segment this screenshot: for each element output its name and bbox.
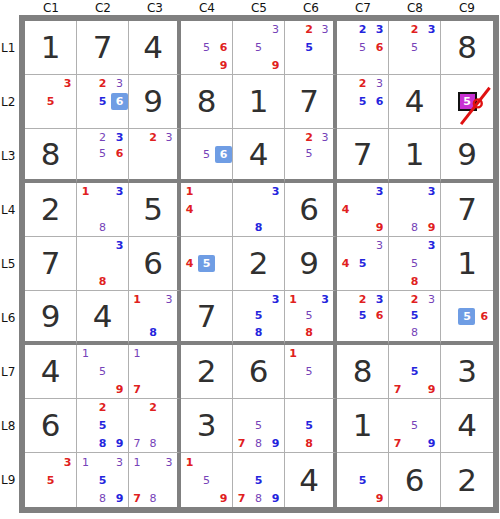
candidate-3[interactable]: 3 (317, 129, 333, 146)
candidate-5[interactable]: 5 (94, 417, 111, 435)
candidate-empty (181, 146, 198, 163)
candidate-3[interactable]: 3 (111, 183, 128, 201)
candidate-2[interactable]: 2 (301, 21, 317, 39)
candidate-9[interactable]: 9 (267, 56, 284, 74)
big-digit: 4 (93, 301, 113, 332)
candidate-empty (337, 218, 354, 236)
candidate-empty (94, 237, 111, 255)
corner-spacer (0, 0, 19, 15)
candidate-7[interactable]: 7 (233, 434, 250, 452)
candidate-empty (285, 21, 301, 39)
candidate-3[interactable]: 3 (423, 183, 440, 201)
candidate-3[interactable]: 3 (371, 75, 388, 93)
cell-L7C1[interactable]: 4 (25, 345, 77, 399)
candidate-9[interactable]: 9 (371, 218, 388, 236)
cell-L5C3[interactable]: 6 (129, 237, 181, 291)
candidate-1[interactable]: 1 (129, 453, 145, 471)
candidate-empty (389, 272, 406, 290)
candidate-empty (77, 146, 94, 163)
cell-L2C1[interactable]: 35 (25, 75, 77, 129)
cell-L4C3[interactable]: 5 (129, 183, 181, 237)
candidate-3[interactable]: 3 (423, 291, 440, 308)
cell-L4C2[interactable]: 138 (77, 183, 129, 237)
cell-L1C6[interactable]: 235 (285, 21, 337, 75)
candidate-3[interactable]: 3 (267, 183, 284, 201)
candidate-8[interactable]: 8 (145, 489, 161, 507)
cell-L2C8[interactable]: 4 (389, 75, 441, 129)
candidate-3[interactable]: 3 (59, 453, 76, 471)
candidate-empty (250, 453, 267, 471)
cell-L8C9[interactable]: 4 (441, 399, 493, 453)
candidate-7[interactable]: 7 (233, 489, 250, 507)
big-digit: 9 (143, 86, 163, 117)
candidate-empty (285, 324, 301, 341)
candidate-5[interactable]: 5 (301, 39, 317, 57)
candidate-6[interactable]: 6 (371, 308, 388, 325)
candidate-5[interactable]: 5 (250, 39, 267, 57)
candidate-9[interactable]: 9 (215, 56, 232, 74)
candidate-empty (198, 489, 215, 507)
candidate-empty (423, 255, 440, 273)
candidate-2[interactable]: 2 (94, 75, 111, 93)
candidate-2[interactable]: 2 (406, 21, 423, 39)
cell-L2C6[interactable]: 7 (285, 75, 337, 129)
candidate-3[interactable]: 3 (371, 291, 388, 308)
candidate-3[interactable]: 3 (111, 453, 128, 471)
cell-L6C5[interactable]: 358 (233, 291, 285, 345)
candidate-2[interactable]: 2 (94, 129, 111, 146)
candidate-8[interactable]: 8 (406, 324, 423, 341)
cell-L7C4[interactable]: 2 (181, 345, 233, 399)
candidate-6[interactable]: 6 (215, 146, 232, 163)
candidate-5[interactable]: 5 (94, 471, 111, 489)
cell-L4C7[interactable]: 349 (337, 183, 389, 237)
candidate-9[interactable]: 9 (267, 434, 284, 452)
candidate-1[interactable]: 1 (77, 183, 94, 201)
candidate-empty (145, 363, 161, 381)
candidate-1[interactable]: 1 (181, 183, 198, 201)
candidate-5[interactable]: 5 (354, 93, 371, 111)
cell-L2C9[interactable]: 5 (441, 75, 493, 129)
candidate-5[interactable]: 5 (301, 417, 317, 435)
candidate-3[interactable]: 3 (423, 237, 440, 255)
candidate-empty (233, 39, 250, 57)
candidate-empty (198, 183, 215, 201)
candidate-empty (371, 471, 388, 489)
candidate-8[interactable]: 8 (301, 434, 317, 452)
candidate-6[interactable]: 6 (215, 39, 232, 57)
candidate-2[interactable]: 2 (406, 291, 423, 308)
cell-L6C7[interactable]: 2356 (337, 291, 389, 345)
candidate-5[interactable]: 5 (301, 363, 317, 381)
candidate-empty (371, 272, 388, 290)
cell-L1C1[interactable]: 1 (25, 21, 77, 75)
big-digit: 4 (299, 465, 319, 496)
candidate-4[interactable]: 4 (181, 255, 198, 273)
cell-L2C3[interactable]: 9 (129, 75, 181, 129)
candidate-7[interactable]: 7 (129, 489, 145, 507)
cell-L8C7[interactable]: 1 (337, 399, 389, 453)
candidate-9[interactable]: 9 (215, 489, 232, 507)
candidate-3[interactable]: 3 (161, 129, 177, 146)
candidate-5[interactable]: 5 (250, 471, 267, 489)
candidate-empty (94, 255, 111, 273)
candidate-empty (458, 291, 475, 308)
candidate-3[interactable]: 3 (267, 291, 284, 308)
cell-L8C6[interactable]: 58 (285, 399, 337, 453)
cell-L9C9[interactable]: 2 (441, 453, 493, 507)
candidate-6[interactable]: 6 (111, 146, 128, 163)
candidate-empty (77, 255, 94, 273)
cell-L6C3[interactable]: 138 (129, 291, 181, 345)
cell-L8C8[interactable]: 579 (389, 399, 441, 453)
candidate-8[interactable]: 8 (301, 324, 317, 341)
candidate-2[interactable]: 2 (145, 399, 161, 417)
candidate-3[interactable]: 3 (423, 21, 440, 39)
sudoku-board[interactable]: 1745693592352356235835235698172356458235… (19, 15, 499, 513)
cell-L5C9[interactable]: 1 (441, 237, 493, 291)
candidate-5[interactable]: 5 (354, 308, 371, 325)
candidate-8[interactable]: 8 (94, 434, 111, 452)
candidate-9[interactable]: 9 (111, 434, 128, 452)
cell-L1C4[interactable]: 569 (181, 21, 233, 75)
candidate-5[interactable]: 5 (354, 471, 371, 489)
candidate-9[interactable]: 9 (423, 218, 440, 236)
candidate-empty (371, 110, 388, 128)
cell-L6C8[interactable]: 2358 (389, 291, 441, 345)
cell-L5C7[interactable]: 345 (337, 237, 389, 291)
candidate-9[interactable]: 9 (111, 489, 128, 507)
candidate-3[interactable]: 3 (111, 237, 128, 255)
candidate-5[interactable]: 5 (354, 255, 371, 273)
candidate-1[interactable]: 1 (77, 453, 94, 471)
cell-L8C3[interactable]: 278 (129, 399, 181, 453)
cell-L2C2[interactable]: 2356 (77, 75, 129, 129)
cell-L7C9[interactable]: 3 (441, 345, 493, 399)
candidate-empty (406, 434, 423, 452)
candidate-8[interactable]: 8 (145, 434, 161, 452)
candidate-8[interactable]: 8 (406, 272, 423, 290)
candidate-5[interactable]: 5 (42, 93, 59, 111)
candidate-grid: 2356 (337, 21, 388, 74)
candidate-5[interactable]: 5 (301, 308, 317, 325)
candidate-5[interactable]: 5 (406, 363, 423, 381)
candidate-8[interactable]: 8 (250, 324, 267, 341)
candidate-grid: 349 (337, 183, 388, 236)
candidate-empty (389, 345, 406, 363)
cell-L1C3[interactable]: 4 (129, 21, 181, 75)
candidate-5[interactable]: 5 (250, 308, 267, 325)
candidate-empty (233, 218, 250, 236)
candidate-9[interactable]: 9 (423, 380, 440, 398)
candidate-empty (458, 75, 477, 92)
candidate-3[interactable]: 3 (161, 453, 177, 471)
candidate-empty (161, 434, 177, 452)
big-digit: 2 (457, 465, 477, 496)
candidate-empty (42, 453, 59, 471)
candidate-1[interactable]: 1 (181, 453, 198, 471)
candidate-grid: 2356 (77, 129, 128, 179)
candidate-5[interactable]: 5 (406, 417, 423, 435)
candidate-empty (317, 380, 333, 398)
candidate-empty (145, 471, 161, 489)
candidate-empty (317, 324, 333, 341)
cell-L3C6[interactable]: 235 (285, 129, 337, 183)
candidate-1[interactable]: 1 (285, 345, 301, 363)
candidate-8[interactable]: 8 (250, 434, 267, 452)
candidate-empty (477, 75, 494, 92)
candidate-empty (111, 345, 128, 363)
candidate-empty (389, 324, 406, 341)
cell-L6C4[interactable]: 7 (181, 291, 233, 345)
candidate-8[interactable]: 8 (94, 489, 111, 507)
cell-L3C5[interactable]: 4 (233, 129, 285, 183)
candidate-empty (267, 308, 284, 325)
candidate-empty (337, 291, 354, 308)
candidate-empty (181, 272, 198, 290)
candidate-empty (389, 363, 406, 381)
candidate-empty (233, 21, 250, 39)
candidate-3[interactable]: 3 (317, 291, 333, 308)
cell-L7C8[interactable]: 579 (389, 345, 441, 399)
candidate-empty (423, 417, 440, 435)
candidate-grid: 358 (389, 237, 440, 290)
candidate-4[interactable]: 4 (337, 201, 354, 219)
cell-L5C6[interactable]: 9 (285, 237, 337, 291)
candidate-9[interactable]: 9 (423, 434, 440, 452)
cell-L8C2[interactable]: 2589 (77, 399, 129, 453)
candidate-3[interactable]: 3 (317, 21, 333, 39)
candidate-5[interactable]: 5 (250, 417, 267, 435)
candidate-7[interactable]: 7 (389, 380, 406, 398)
candidate-7[interactable]: 7 (129, 434, 145, 452)
candidate-empty (77, 272, 94, 290)
candidate-grid: 358 (233, 291, 284, 341)
candidate-empty (337, 471, 354, 489)
cell-L7C5[interactable]: 6 (233, 345, 285, 399)
cell-L3C3[interactable]: 23 (129, 129, 181, 183)
cell-L4C9[interactable]: 7 (441, 183, 493, 237)
candidate-4[interactable]: 4 (337, 255, 354, 273)
candidate-9[interactable]: 9 (267, 489, 284, 507)
candidate-8[interactable]: 8 (250, 218, 267, 236)
cell-L3C8[interactable]: 1 (389, 129, 441, 183)
cell-L3C9[interactable]: 9 (441, 129, 493, 183)
candidate-empty (476, 325, 493, 342)
candidate-empty (77, 218, 94, 236)
candidate-empty (111, 110, 128, 128)
candidate-empty (161, 489, 177, 507)
cell-L2C5[interactable]: 1 (233, 75, 285, 129)
candidate-2[interactable]: 2 (145, 129, 161, 146)
candidate-grid: 38 (233, 183, 284, 236)
cell-L5C8[interactable]: 358 (389, 237, 441, 291)
cell-L8C4[interactable]: 3 (181, 399, 233, 453)
candidate-3[interactable]: 3 (111, 75, 128, 93)
candidate-empty (423, 56, 440, 74)
candidate-empty (317, 345, 333, 363)
candidate-6[interactable]: 6 (371, 93, 388, 111)
candidate-1[interactable]: 1 (285, 291, 301, 308)
candidate-empty (285, 434, 301, 452)
cell-L5C5[interactable]: 2 (233, 237, 285, 291)
candidate-empty (77, 162, 94, 179)
candidate-empty (42, 110, 59, 128)
cell-L8C5[interactable]: 5789 (233, 399, 285, 453)
candidate-empty (354, 110, 371, 128)
cell-L5C2[interactable]: 38 (77, 237, 129, 291)
row-label-L3: L3 (0, 129, 19, 183)
candidate-grid: 35 (25, 453, 76, 507)
cell-L3C7[interactable]: 7 (337, 129, 389, 183)
candidate-5[interactable]: 5 (198, 255, 215, 272)
candidate-5[interactable]: 5 (301, 146, 317, 163)
candidate-empty (354, 201, 371, 219)
candidate-2[interactable]: 2 (354, 21, 371, 39)
cell-L4C8[interactable]: 389 (389, 183, 441, 237)
candidate-empty (389, 291, 406, 308)
candidate-empty (129, 399, 145, 417)
cell-L3C2[interactable]: 2356 (77, 129, 129, 183)
candidate-empty (389, 255, 406, 273)
candidate-empty (145, 162, 161, 179)
cell-L1C8[interactable]: 235 (389, 21, 441, 75)
cell-L6C6[interactable]: 1358 (285, 291, 337, 345)
candidate-empty (477, 111, 494, 128)
candidate-5[interactable]: 5 (406, 39, 423, 57)
big-digit: 7 (457, 194, 477, 225)
candidate-grid: 345 (337, 237, 388, 290)
candidate-7[interactable]: 7 (129, 380, 145, 398)
cell-L7C2[interactable]: 159 (77, 345, 129, 399)
candidate-empty (441, 291, 458, 308)
candidate-2[interactable]: 2 (301, 129, 317, 146)
cell-L3C4[interactable]: 56 (181, 129, 233, 183)
candidate-8[interactable]: 8 (250, 489, 267, 507)
candidate-5[interactable]: 5 (94, 93, 111, 111)
candidate-6[interactable]: 6 (111, 93, 128, 110)
candidate-3[interactable]: 3 (267, 21, 284, 39)
candidate-5[interactable]: 5 (198, 146, 215, 163)
cell-L9C8[interactable]: 6 (389, 453, 441, 507)
candidate-5[interactable]: 5 (354, 39, 371, 57)
candidate-5[interactable]: 5 (42, 471, 59, 489)
cell-L9C3[interactable]: 1378 (129, 453, 181, 507)
candidate-empty (25, 453, 42, 471)
big-digit: 1 (353, 410, 373, 441)
candidate-3[interactable]: 3 (371, 237, 388, 255)
cell-L1C9[interactable]: 8 (441, 21, 493, 75)
cell-L6C9[interactable]: 56 (441, 291, 493, 345)
candidate-8[interactable]: 8 (94, 272, 111, 290)
candidate-5[interactable]: 5 (406, 255, 423, 273)
cell-L2C4[interactable]: 8 (181, 75, 233, 129)
candidate-8[interactable]: 8 (94, 218, 111, 236)
candidate-empty (301, 380, 317, 398)
candidate-empty (161, 146, 177, 163)
cell-L7C7[interactable]: 8 (337, 345, 389, 399)
candidate-empty (406, 237, 423, 255)
candidate-3[interactable]: 3 (161, 291, 177, 308)
candidate-6[interactable]: 6 (476, 308, 493, 325)
cell-L7C6[interactable]: 15 (285, 345, 337, 399)
cell-L8C1[interactable]: 6 (25, 399, 77, 453)
candidate-empty (423, 308, 440, 325)
candidate-8[interactable]: 8 (145, 324, 161, 341)
candidate-5[interactable]: 5 (198, 39, 215, 57)
candidate-empty (267, 453, 284, 471)
candidate-1[interactable]: 1 (77, 345, 94, 363)
candidate-empty (77, 417, 94, 435)
candidate-empty (389, 183, 406, 201)
cell-L9C2[interactable]: 13589 (77, 453, 129, 507)
big-digit: 4 (41, 356, 61, 387)
candidate-grid: 13589 (77, 453, 128, 507)
candidate-3[interactable]: 3 (59, 75, 76, 93)
candidate-9[interactable]: 9 (111, 380, 128, 398)
candidate-5[interactable]: 5 (458, 308, 475, 325)
candidate-5[interactable]: 5 (94, 363, 111, 381)
candidate-3[interactable]: 3 (371, 21, 388, 39)
candidate-1[interactable]: 1 (129, 291, 145, 308)
candidate-5[interactable]: 5 (458, 92, 477, 111)
cell-L7C3[interactable]: 17 (129, 345, 181, 399)
candidate-3[interactable]: 3 (371, 183, 388, 201)
candidate-3[interactable]: 3 (111, 129, 128, 146)
candidate-6[interactable]: 6 (371, 39, 388, 57)
cell-L9C1[interactable]: 35 (25, 453, 77, 507)
cell-L5C4[interactable]: 45 (181, 237, 233, 291)
cell-L4C5[interactable]: 38 (233, 183, 285, 237)
candidate-grid: 389 (389, 183, 440, 236)
candidate-1[interactable]: 1 (129, 345, 145, 363)
cell-L9C4[interactable]: 159 (181, 453, 233, 507)
cell-L1C2[interactable]: 7 (77, 21, 129, 75)
candidate-5[interactable]: 5 (198, 471, 215, 489)
cell-L9C5[interactable]: 5789 (233, 453, 285, 507)
candidate-9[interactable]: 9 (371, 489, 388, 507)
cell-L9C7[interactable]: 59 (337, 453, 389, 507)
candidate-2[interactable]: 2 (94, 399, 111, 417)
candidate-empty (354, 56, 371, 74)
candidate-7[interactable]: 7 (389, 434, 406, 452)
cell-L4C4[interactable]: 14 (181, 183, 233, 237)
cell-L1C7[interactable]: 2356 (337, 21, 389, 75)
candidate-empty (337, 93, 354, 111)
cell-L1C5[interactable]: 359 (233, 21, 285, 75)
candidate-empty (423, 399, 440, 417)
cell-L2C7[interactable]: 2356 (337, 75, 389, 129)
row-label-L6: L6 (0, 291, 19, 345)
candidate-2[interactable]: 2 (354, 75, 371, 93)
candidate-8[interactable]: 8 (406, 218, 423, 236)
candidate-empty (337, 308, 354, 325)
cell-L6C1[interactable]: 9 (25, 291, 77, 345)
cell-L4C1[interactable]: 2 (25, 183, 77, 237)
candidate-2[interactable]: 2 (354, 291, 371, 308)
candidate-4[interactable]: 4 (181, 201, 198, 219)
candidate-5[interactable]: 5 (94, 146, 111, 163)
cell-L3C1[interactable]: 8 (25, 129, 77, 183)
candidate-empty (285, 363, 301, 381)
cell-L4C6[interactable]: 6 (285, 183, 337, 237)
cell-L6C2[interactable]: 4 (77, 291, 129, 345)
cell-L9C6[interactable]: 4 (285, 453, 337, 507)
candidate-empty (301, 162, 317, 179)
candidate-empty (111, 363, 128, 381)
candidate-5[interactable]: 5 (406, 308, 423, 325)
cell-L5C1[interactable]: 7 (25, 237, 77, 291)
